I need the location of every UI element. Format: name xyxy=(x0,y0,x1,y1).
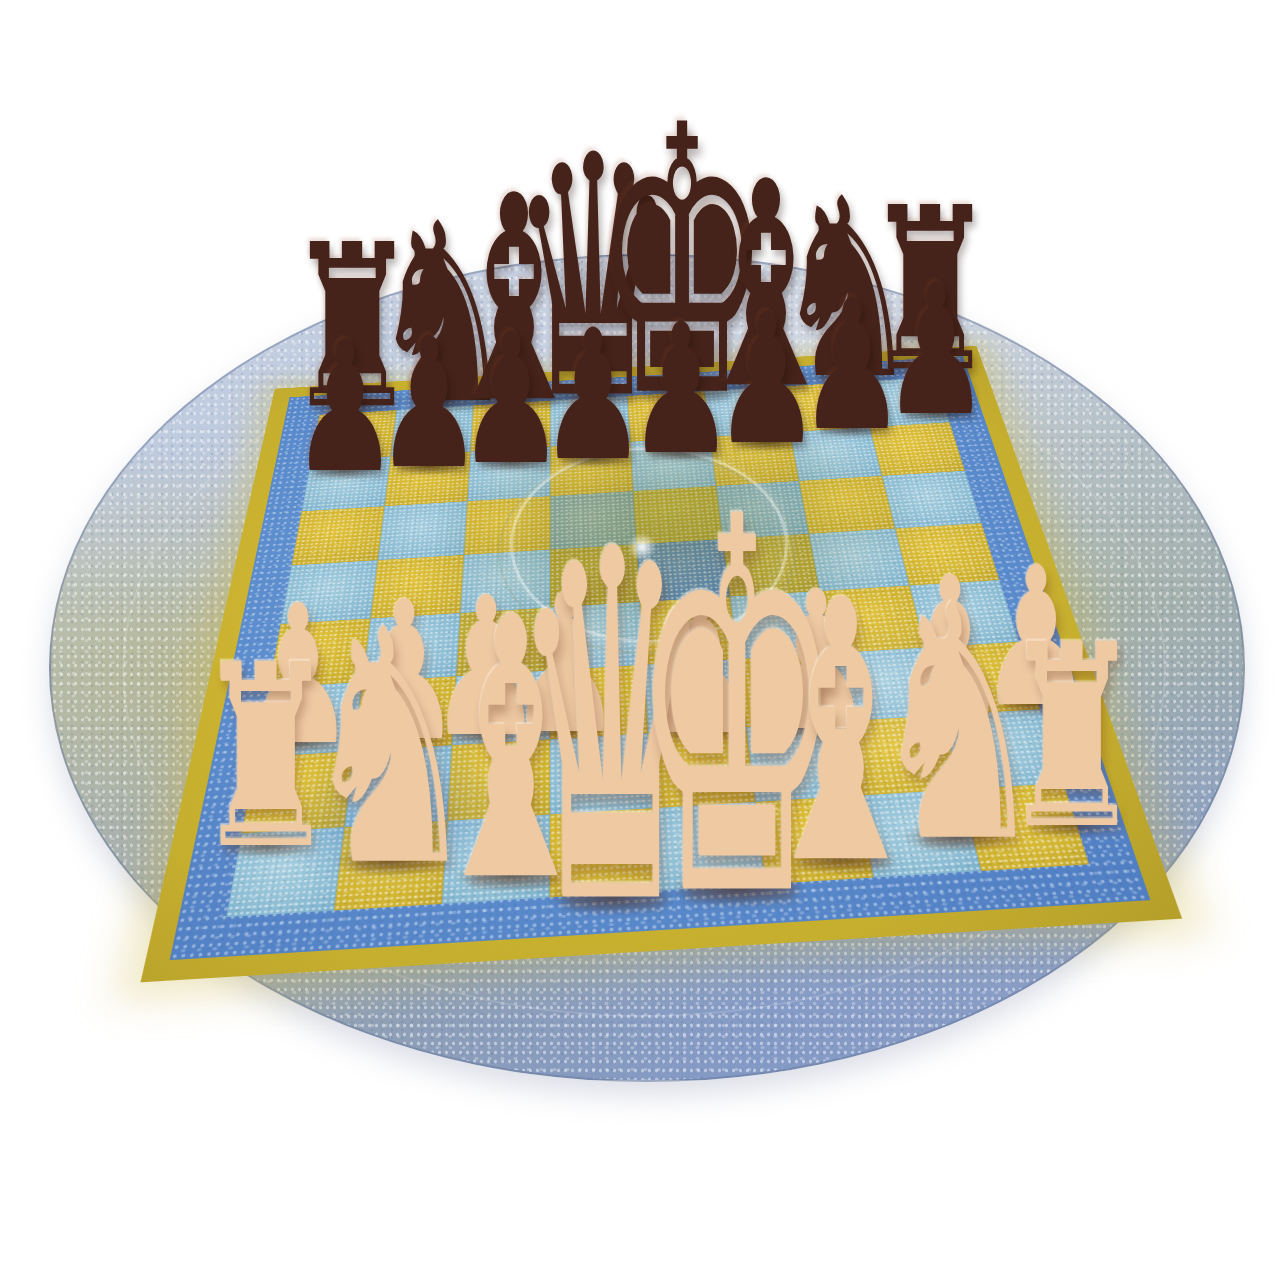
photo-background: ♜♞♝♛♚♝♞♜♟♟♟♟♟♟♟♟♟♟♟♟♟♟♟♟♜♞♝♛♚♝♞♜ xyxy=(0,0,1280,1280)
piece-black-pawn-h7[interactable]: ♟ xyxy=(882,261,990,441)
piece-layer: ♜♞♝♛♚♝♞♜♟♟♟♟♟♟♟♟♟♟♟♟♟♟♟♟♜♞♝♛♚♝♞♜ xyxy=(0,0,1280,1280)
piece-white-rook-h1[interactable]: ♜ xyxy=(1000,611,1143,864)
